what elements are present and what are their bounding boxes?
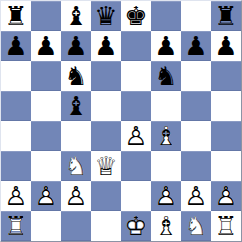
square-h2[interactable]: ♟♙ xyxy=(211,181,241,211)
piece-black-pawn[interactable]: ♟ xyxy=(1,31,31,61)
square-d1[interactable] xyxy=(91,211,121,241)
square-d6[interactable] xyxy=(91,61,121,91)
square-b7[interactable]: ♟ xyxy=(31,31,61,61)
square-h1[interactable]: ♜♖ xyxy=(211,211,241,241)
piece-white-pawn[interactable]: ♟♙ xyxy=(31,181,61,211)
square-e5[interactable] xyxy=(121,91,151,121)
piece-glyph-outline: ♖ xyxy=(1,211,31,241)
square-e6[interactable] xyxy=(121,61,151,91)
square-a6[interactable] xyxy=(1,61,31,91)
square-a4[interactable] xyxy=(1,121,31,151)
square-h7[interactable]: ♟ xyxy=(211,31,241,61)
square-c5[interactable]: ♝ xyxy=(61,91,91,121)
piece-glyph-outline: ♙ xyxy=(211,181,241,211)
piece-glyph-outline: ♖ xyxy=(211,211,241,241)
piece-black-pawn[interactable]: ♟ xyxy=(211,31,241,61)
square-g7[interactable]: ♟ xyxy=(181,31,211,61)
piece-black-rook[interactable]: ♜ xyxy=(1,1,31,31)
square-f3[interactable] xyxy=(151,151,181,181)
square-e1[interactable]: ♚♔ xyxy=(121,211,151,241)
piece-black-pawn[interactable]: ♟ xyxy=(151,31,181,61)
piece-glyph-outline: ♙ xyxy=(181,181,211,211)
square-d4[interactable] xyxy=(91,121,121,151)
square-e3[interactable] xyxy=(121,151,151,181)
chess-board-frame: ♜♝♛♚♜♟♟♟♟♟♟♟♞♞♝♟♙♝♗♞♘♛♕♟♙♟♙♟♙♟♙♟♙♟♙♜♖♚♔♝… xyxy=(0,0,242,242)
square-f7[interactable]: ♟ xyxy=(151,31,181,61)
square-h3[interactable] xyxy=(211,151,241,181)
piece-white-rook[interactable]: ♜♖ xyxy=(211,211,241,241)
square-g5[interactable] xyxy=(181,91,211,121)
square-c2[interactable]: ♟♙ xyxy=(61,181,91,211)
square-c3[interactable]: ♞♘ xyxy=(61,151,91,181)
chess-board: ♜♝♛♚♜♟♟♟♟♟♟♟♞♞♝♟♙♝♗♞♘♛♕♟♙♟♙♟♙♟♙♟♙♟♙♜♖♚♔♝… xyxy=(1,1,241,241)
piece-white-pawn[interactable]: ♟♙ xyxy=(211,181,241,211)
piece-glyph-outline: ♙ xyxy=(1,181,31,211)
square-f2[interactable]: ♟♙ xyxy=(151,181,181,211)
square-d3[interactable]: ♛♕ xyxy=(91,151,121,181)
piece-glyph-outline: ♗ xyxy=(151,211,181,241)
square-g4[interactable] xyxy=(181,121,211,151)
square-f1[interactable]: ♝♗ xyxy=(151,211,181,241)
piece-black-king[interactable]: ♚ xyxy=(121,1,151,31)
piece-white-rook[interactable]: ♜♖ xyxy=(1,211,31,241)
square-c8[interactable]: ♝ xyxy=(61,1,91,31)
square-a5[interactable] xyxy=(1,91,31,121)
square-b6[interactable] xyxy=(31,61,61,91)
square-g3[interactable] xyxy=(181,151,211,181)
piece-glyph-outline: ♘ xyxy=(181,211,211,241)
square-d2[interactable] xyxy=(91,181,121,211)
piece-black-pawn[interactable]: ♟ xyxy=(61,31,91,61)
square-a8[interactable]: ♜ xyxy=(1,1,31,31)
piece-white-knight[interactable]: ♞♘ xyxy=(61,151,91,181)
piece-glyph-outline: ♙ xyxy=(61,181,91,211)
piece-black-knight[interactable]: ♞ xyxy=(151,61,181,91)
square-g1[interactable]: ♞♘ xyxy=(181,211,211,241)
piece-white-pawn[interactable]: ♟♙ xyxy=(121,121,151,151)
piece-white-bishop[interactable]: ♝♗ xyxy=(151,211,181,241)
square-h6[interactable] xyxy=(211,61,241,91)
square-f5[interactable] xyxy=(151,91,181,121)
square-f4[interactable]: ♝♗ xyxy=(151,121,181,151)
square-a3[interactable] xyxy=(1,151,31,181)
square-g6[interactable] xyxy=(181,61,211,91)
square-g2[interactable]: ♟♙ xyxy=(181,181,211,211)
piece-black-pawn[interactable]: ♟ xyxy=(181,31,211,61)
square-b1[interactable] xyxy=(31,211,61,241)
square-h8[interactable]: ♜ xyxy=(211,1,241,31)
piece-black-bishop[interactable]: ♝ xyxy=(61,91,91,121)
piece-black-bishop[interactable]: ♝ xyxy=(61,1,91,31)
square-c6[interactable]: ♞ xyxy=(61,61,91,91)
piece-white-king[interactable]: ♚♔ xyxy=(121,211,151,241)
square-b5[interactable] xyxy=(31,91,61,121)
square-a2[interactable]: ♟♙ xyxy=(1,181,31,211)
piece-white-pawn[interactable]: ♟♙ xyxy=(61,181,91,211)
square-g8[interactable] xyxy=(181,1,211,31)
piece-glyph-outline: ♙ xyxy=(31,181,61,211)
square-d8[interactable]: ♛ xyxy=(91,1,121,31)
square-b2[interactable]: ♟♙ xyxy=(31,181,61,211)
piece-glyph-outline: ♕ xyxy=(91,151,121,181)
square-e8[interactable]: ♚ xyxy=(121,1,151,31)
square-c7[interactable]: ♟ xyxy=(61,31,91,61)
square-h4[interactable] xyxy=(211,121,241,151)
square-e2[interactable] xyxy=(121,181,151,211)
piece-white-pawn[interactable]: ♟♙ xyxy=(1,181,31,211)
square-e7[interactable] xyxy=(121,31,151,61)
piece-glyph-outline: ♙ xyxy=(151,181,181,211)
square-f8[interactable] xyxy=(151,1,181,31)
square-b3[interactable] xyxy=(31,151,61,181)
piece-black-queen[interactable]: ♛ xyxy=(91,1,121,31)
square-a7[interactable]: ♟ xyxy=(1,31,31,61)
piece-white-knight[interactable]: ♞♘ xyxy=(181,211,211,241)
piece-white-pawn[interactable]: ♟♙ xyxy=(151,181,181,211)
piece-black-pawn[interactable]: ♟ xyxy=(31,31,61,61)
square-a1[interactable]: ♜♖ xyxy=(1,211,31,241)
piece-glyph-outline: ♔ xyxy=(121,211,151,241)
piece-white-bishop[interactable]: ♝♗ xyxy=(151,121,181,151)
piece-white-queen[interactable]: ♛♕ xyxy=(91,151,121,181)
piece-black-pawn[interactable]: ♟ xyxy=(91,31,121,61)
square-c1[interactable] xyxy=(61,211,91,241)
piece-glyph-outline: ♙ xyxy=(121,121,151,151)
square-h5[interactable] xyxy=(211,91,241,121)
square-b8[interactable] xyxy=(31,1,61,31)
piece-glyph-outline: ♗ xyxy=(151,121,181,151)
piece-black-knight[interactable]: ♞ xyxy=(61,61,91,91)
square-d5[interactable] xyxy=(91,91,121,121)
piece-glyph-outline: ♘ xyxy=(61,151,91,181)
square-c4[interactable] xyxy=(61,121,91,151)
square-b4[interactable] xyxy=(31,121,61,151)
piece-white-pawn[interactable]: ♟♙ xyxy=(181,181,211,211)
square-e4[interactable]: ♟♙ xyxy=(121,121,151,151)
piece-black-rook[interactable]: ♜ xyxy=(211,1,241,31)
square-d7[interactable]: ♟ xyxy=(91,31,121,61)
square-f6[interactable]: ♞ xyxy=(151,61,181,91)
